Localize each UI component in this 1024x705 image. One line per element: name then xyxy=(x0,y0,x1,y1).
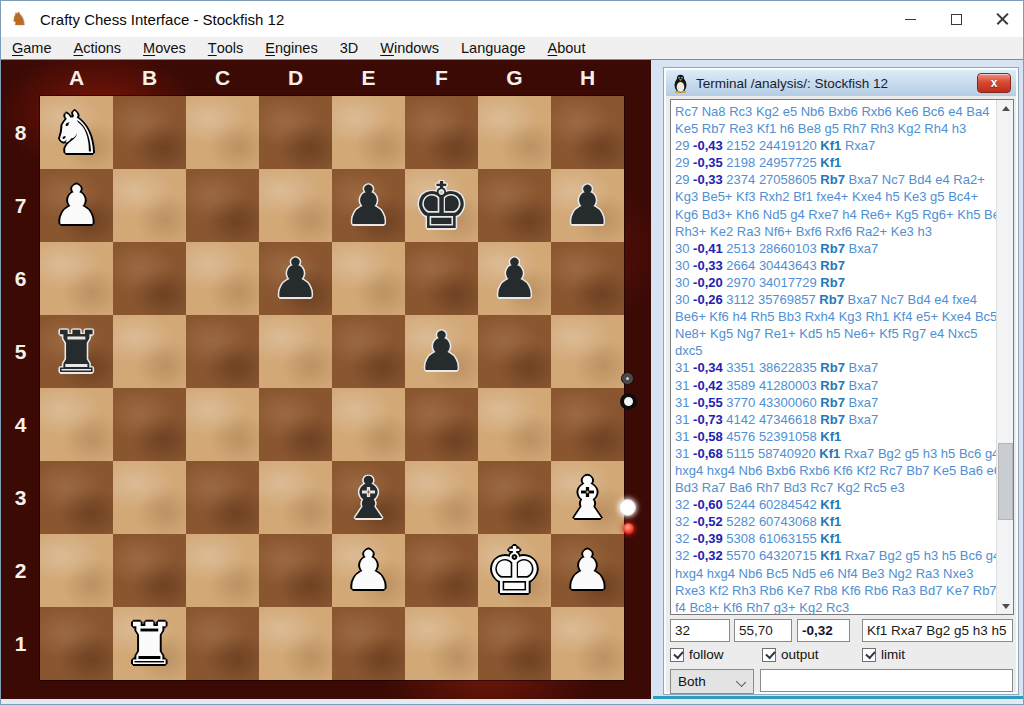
analysis-line: 29 -0,43 2152 24419120 Kf1 Rxa7 xyxy=(675,137,992,154)
square-c5[interactable] xyxy=(186,315,259,388)
time-field[interactable] xyxy=(734,619,792,642)
analysis-line: 30 -0,41 2513 28660103 Rb7 Bxa7 xyxy=(675,240,992,257)
menu-item-language[interactable]: Language xyxy=(450,37,537,60)
square-f1[interactable] xyxy=(405,607,478,680)
analysis-line: Ne8+ Kg5 Ng7 Re1+ Kd5 h5 Ne6+ Kf5 Rg7 e4… xyxy=(675,325,992,342)
analysis-line: 30 -0,26 3112 35769857 Rb7 Bxa7 Nc7 Bd4 … xyxy=(675,291,992,308)
analysis-line: 29 -0,33 2374 27058605 Rb7 Bxa7 Nc7 Bd4 … xyxy=(675,171,992,188)
analysis-line: 32 -0,52 5282 60743068 Kf1 xyxy=(675,513,992,530)
square-g7[interactable] xyxy=(478,169,551,242)
analysis-line: Rxe3 Kf2 Rh3 Rb6 Ke7 Rb8 Kf6 Rb6 Ra3 Bd7… xyxy=(675,582,992,599)
checkbox-output[interactable]: output xyxy=(762,647,819,662)
chess-board: ♞♟♟♚♟♟♟♜♟♝♝♟♚♟♜ xyxy=(40,96,624,680)
analysis-line: 31 -0,55 3770 43300060 Rb7 Bxa7 xyxy=(675,394,992,411)
white-rook-b1[interactable]: ♜ xyxy=(124,615,176,673)
square-f3[interactable] xyxy=(405,461,478,534)
square-e6[interactable] xyxy=(332,242,405,315)
square-c3[interactable] xyxy=(186,461,259,534)
terminal-close-button[interactable]: x xyxy=(977,73,1011,93)
analysis-line: dxc5 xyxy=(675,342,992,359)
square-e1[interactable] xyxy=(332,607,405,680)
analysis-line: 31 -0,34 3351 38622835 Rb7 Bxa7 xyxy=(675,359,992,376)
white-pawn-e2[interactable]: ♟ xyxy=(344,544,392,598)
white-knight-a8[interactable]: ♞ xyxy=(51,104,103,162)
checkbox-limit[interactable]: limit xyxy=(862,647,905,662)
menu-item-about[interactable]: About xyxy=(537,37,597,60)
file-label-b: B xyxy=(113,60,186,96)
square-g3[interactable] xyxy=(478,461,551,534)
square-e8[interactable] xyxy=(332,96,405,169)
square-b6[interactable] xyxy=(113,242,186,315)
analysis-line: Rc7 Na8 Rc3 Kg2 e5 Nb6 Bxb6 Rxb6 Ke6 Bc6… xyxy=(675,103,992,120)
square-e7[interactable]: ♟ xyxy=(332,169,405,242)
minimize-button[interactable] xyxy=(887,1,933,37)
square-h8[interactable] xyxy=(551,96,624,169)
close-button[interactable] xyxy=(979,1,1024,37)
rank-label-2: 2 xyxy=(1,534,40,607)
square-c7[interactable] xyxy=(186,169,259,242)
file-label-c: C xyxy=(186,60,259,96)
square-a5[interactable]: ♜ xyxy=(40,315,113,388)
terminal-window: Terminal /analysis/: Stockfish 12 x Rc7 … xyxy=(663,67,1019,695)
square-d2[interactable] xyxy=(259,534,332,607)
menu-item-windows[interactable]: Windows xyxy=(369,37,450,60)
square-g6[interactable]: ♟ xyxy=(478,242,551,315)
analysis-lines: Rc7 Na8 Rc3 Kg2 e5 Nb6 Bxb6 Rxb6 Ke6 Bc6… xyxy=(675,103,992,615)
analysis-line: Be6+ Kf6 h4 Rh5 Bb3 Rxh4 Kg3 Rh1 Kf4 e5+… xyxy=(675,308,992,325)
analysis-line: 31 -0,58 4576 52391058 Kf1 xyxy=(675,428,992,445)
indicator-small-grey xyxy=(621,372,634,385)
black-rook-a5[interactable]: ♜ xyxy=(51,323,103,381)
indicator-black-ring xyxy=(620,393,637,410)
square-d8[interactable] xyxy=(259,96,332,169)
square-c2[interactable] xyxy=(186,534,259,607)
checkbox-follow-label: follow xyxy=(689,647,724,662)
rank-label-7: 7 xyxy=(1,169,40,242)
analysis-line: 32 -0,32 5570 64320715 Kf1 Rxa7 Bg2 g5 h… xyxy=(675,547,992,564)
titlebar: ♞ Crafty Chess Interface - Stockfish 12 xyxy=(1,1,1024,37)
square-e2[interactable]: ♟ xyxy=(332,534,405,607)
square-a8[interactable]: ♞ xyxy=(40,96,113,169)
terminal-titlebar[interactable]: Terminal /analysis/: Stockfish 12 x xyxy=(666,70,1016,96)
black-pawn-h7[interactable]: ♟ xyxy=(563,179,611,233)
square-d1[interactable] xyxy=(259,607,332,680)
menu-item-engines[interactable]: Engines xyxy=(254,37,328,60)
square-g1[interactable] xyxy=(478,607,551,680)
white-king-g2[interactable]: ♚ xyxy=(486,539,543,603)
square-b1[interactable]: ♜ xyxy=(113,607,186,680)
square-g4[interactable] xyxy=(478,388,551,461)
scroll-down-icon xyxy=(1002,604,1010,609)
analysis-line: hxg4 hxg4 Nb6 Bxb6 Rxb6 Kf6 Kf2 Rc7 Bb7 … xyxy=(675,462,992,479)
scroll-down-button[interactable] xyxy=(997,598,1014,614)
square-b5[interactable] xyxy=(113,315,186,388)
square-c6[interactable] xyxy=(186,242,259,315)
rank-label-5: 5 xyxy=(1,315,40,388)
file-label-h: H xyxy=(551,60,624,96)
maximize-icon xyxy=(951,14,962,25)
scroll-thumb[interactable] xyxy=(998,443,1013,520)
square-a2[interactable] xyxy=(40,534,113,607)
indicator-white-lamp xyxy=(619,499,636,516)
file-label-g: G xyxy=(478,60,551,96)
analysis-line: f4 Bc8+ Kf6 Rh7 g3+ Kg2 Rc3 xyxy=(675,599,992,615)
analysis-output[interactable]: Rc7 Na8 Rc3 Kg2 e5 Nb6 Bxb6 Rxb6 Ke6 Bc6… xyxy=(670,99,1014,615)
square-e4[interactable] xyxy=(332,388,405,461)
analysis-line: 30 -0,20 2970 34017729 Rb7 xyxy=(675,274,992,291)
menu-item-tools[interactable]: Tools xyxy=(197,37,254,60)
scrollbar[interactable] xyxy=(996,100,1013,614)
square-h3[interactable]: ♝ xyxy=(551,461,624,534)
file-label-e: E xyxy=(332,60,405,96)
window-title: Crafty Chess Interface - Stockfish 12 xyxy=(40,11,284,28)
analysis-line: Bd3 Ra7 Ba6 Rh7 Bd3 Rc7 Kg2 Rc5 e3 xyxy=(675,479,992,496)
black-pawn-d6[interactable]: ♟ xyxy=(271,252,319,306)
square-b7[interactable] xyxy=(113,169,186,242)
rank-label-8: 8 xyxy=(1,96,40,169)
scroll-up-button[interactable] xyxy=(997,100,1014,116)
menu-item-actions[interactable]: Actions xyxy=(63,37,133,60)
checkbox-row: followoutputlimit xyxy=(664,647,1020,663)
rank-label-1: 1 xyxy=(1,607,40,680)
square-f8[interactable] xyxy=(405,96,478,169)
square-f4[interactable] xyxy=(405,388,478,461)
eval-field[interactable] xyxy=(797,619,850,642)
board-panel: ABCDEFGH 87654321 ♞♟♟♚♟♟♟♜♟♝♝♟♚♟♜ xyxy=(1,60,651,699)
analysis-line: Ke5 Rb7 Re3 Kf1 h6 Be8 g5 Rh7 Rh3 Kg2 Rh… xyxy=(675,120,992,137)
checkbox-follow[interactable]: follow xyxy=(670,647,724,662)
penguin-icon xyxy=(673,74,688,93)
file-label-f: F xyxy=(405,60,478,96)
file-labels: ABCDEFGH xyxy=(40,60,624,96)
square-f7[interactable]: ♚ xyxy=(405,169,478,242)
square-a3[interactable] xyxy=(40,461,113,534)
pv-field[interactable] xyxy=(862,619,1013,642)
scroll-up-icon xyxy=(1002,106,1010,111)
menu-item-moves[interactable]: Moves xyxy=(132,37,197,60)
square-d7[interactable] xyxy=(259,169,332,242)
analysis-line: 32 -0,39 5308 61063155 Kf1 xyxy=(675,530,992,547)
analysis-line: Kg3 Be5+ Kf3 Rxh2 Bf1 fxe4+ Kxe4 h5 Ke3 … xyxy=(675,188,992,205)
square-h1[interactable] xyxy=(551,607,624,680)
square-b4[interactable] xyxy=(113,388,186,461)
output-mode-dropdown[interactable]: Both xyxy=(670,669,754,694)
menu-item-3d[interactable]: 3D xyxy=(329,37,370,60)
analysis-line: 31 -0,73 4142 47346618 Rb7 Bxa7 xyxy=(675,411,992,428)
square-b8[interactable] xyxy=(113,96,186,169)
black-pawn-f5[interactable]: ♟ xyxy=(417,325,465,379)
square-b3[interactable] xyxy=(113,461,186,534)
maximize-button[interactable] xyxy=(933,1,979,37)
analysis-line: 31 -0,42 3589 41280003 Rb7 Bxa7 xyxy=(675,377,992,394)
checkbox-follow-box[interactable] xyxy=(670,648,684,662)
rank-label-3: 3 xyxy=(1,461,40,534)
square-f2[interactable] xyxy=(405,534,478,607)
indicator-red-lamp xyxy=(623,523,634,534)
analysis-line: hxg4 hxg4 Nb6 Bc5 Nd5 e6 Nf4 Be3 Ng2 Ra3… xyxy=(675,565,992,582)
square-f6[interactable] xyxy=(405,242,478,315)
analysis-line: 30 -0,33 2664 30443643 Rb7 xyxy=(675,257,992,274)
chevron-down-icon xyxy=(736,677,746,687)
square-d3[interactable] xyxy=(259,461,332,534)
square-c4[interactable] xyxy=(186,388,259,461)
square-e5[interactable] xyxy=(332,315,405,388)
square-h7[interactable]: ♟ xyxy=(551,169,624,242)
crafty-window: ♞ Crafty Chess Interface - Stockfish 12 … xyxy=(0,0,1024,705)
square-a7[interactable]: ♟ xyxy=(40,169,113,242)
square-d6[interactable]: ♟ xyxy=(259,242,332,315)
command-input[interactable] xyxy=(760,669,1013,692)
square-c8[interactable] xyxy=(186,96,259,169)
terminal-title: Terminal /analysis/: Stockfish 12 xyxy=(696,76,888,91)
square-a1[interactable] xyxy=(40,607,113,680)
file-label-a: A xyxy=(40,60,113,96)
analysis-line: 32 -0,60 5244 60284542 Kf1 xyxy=(675,496,992,513)
close-icon xyxy=(996,13,1009,26)
window-bottom-edge xyxy=(1,699,1024,705)
square-g5[interactable] xyxy=(478,315,551,388)
checkbox-output-label: output xyxy=(781,647,819,662)
square-b2[interactable] xyxy=(113,534,186,607)
square-f5[interactable]: ♟ xyxy=(405,315,478,388)
square-h5[interactable] xyxy=(551,315,624,388)
black-bishop-e3[interactable]: ♝ xyxy=(343,469,395,527)
minimize-icon xyxy=(905,19,916,20)
file-label-d: D xyxy=(259,60,332,96)
analysis-line: Kg6 Bd3+ Kh6 Nd5 g4 Rxe7 h4 Re6+ Kg5 Rg6… xyxy=(675,206,992,223)
white-bishop-h3[interactable]: ♝ xyxy=(562,469,614,527)
white-pawn-a7[interactable]: ♟ xyxy=(52,179,100,233)
menubar: GameActionsMovesToolsEngines3DWindowsLan… xyxy=(1,37,1024,60)
square-a6[interactable] xyxy=(40,242,113,315)
checkbox-limit-box[interactable] xyxy=(862,648,876,662)
white-pawn-h2[interactable]: ♟ xyxy=(563,544,611,598)
rank-label-6: 6 xyxy=(1,242,40,315)
rank-label-4: 4 xyxy=(1,388,40,461)
menu-item-game[interactable]: Game xyxy=(1,37,63,60)
black-pawn-e7[interactable]: ♟ xyxy=(344,179,392,233)
rank-labels: 87654321 xyxy=(1,96,40,680)
analysis-line: 31 -0,68 5115 58740920 Kf1 Rxa7 Bg2 g5 h… xyxy=(675,445,992,462)
analysis-line: Rh3+ Ke2 Ra3 Nf6+ Bxf6 Rxf6 Ra2+ Ke3 h3 xyxy=(675,223,992,240)
square-d4[interactable] xyxy=(259,388,332,461)
square-g8[interactable] xyxy=(478,96,551,169)
dropdown-value: Both xyxy=(678,674,706,689)
square-h2[interactable]: ♟ xyxy=(551,534,624,607)
square-a4[interactable] xyxy=(40,388,113,461)
checkbox-limit-label: limit xyxy=(881,647,905,662)
black-king-f7[interactable]: ♚ xyxy=(413,174,470,238)
square-h6[interactable] xyxy=(551,242,624,315)
square-g2[interactable]: ♚ xyxy=(478,534,551,607)
square-h4[interactable] xyxy=(551,388,624,461)
crafty-app-icon: ♞ xyxy=(11,9,31,29)
analysis-line: 29 -0,35 2198 24957725 Kf1 xyxy=(675,154,992,171)
square-d5[interactable] xyxy=(259,315,332,388)
depth-field[interactable] xyxy=(670,619,730,642)
square-c1[interactable] xyxy=(186,607,259,680)
black-pawn-g6[interactable]: ♟ xyxy=(490,252,538,306)
checkbox-output-box[interactable] xyxy=(762,648,776,662)
square-e3[interactable]: ♝ xyxy=(332,461,405,534)
